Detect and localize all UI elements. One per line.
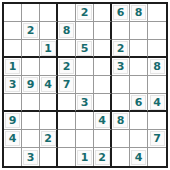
cell-r3c4[interactable] — [58, 40, 76, 58]
given-digit: 8 — [132, 6, 145, 19]
given-digit: 3 — [78, 96, 91, 109]
cell-r7c6: 4 — [94, 112, 112, 130]
cell-r4c6[interactable] — [94, 58, 112, 76]
cell-r8c7[interactable] — [112, 130, 130, 148]
given-digit: 8 — [151, 60, 164, 73]
cell-r5c7[interactable] — [112, 76, 130, 94]
given-digit: 1 — [78, 151, 91, 164]
cell-r8c2[interactable] — [22, 130, 40, 148]
given-digit: 9 — [6, 114, 19, 127]
cell-r4c9: 8 — [148, 58, 166, 76]
cell-r9c3[interactable] — [40, 148, 58, 166]
cell-r4c2[interactable] — [22, 58, 40, 76]
cell-r4c1: 1 — [4, 58, 22, 76]
cell-r7c9[interactable] — [148, 112, 166, 130]
cell-r1c8: 8 — [130, 4, 148, 22]
given-digit: 3 — [6, 78, 19, 91]
cell-r6c7[interactable] — [112, 94, 130, 112]
cell-r3c6[interactable] — [94, 40, 112, 58]
given-digit: 9 — [24, 78, 37, 91]
cell-r2c2: 2 — [22, 22, 40, 40]
cell-r3c9[interactable] — [148, 40, 166, 58]
cell-r8c3: 2 — [40, 130, 58, 148]
cell-r5c5[interactable] — [76, 76, 94, 94]
cell-r6c8: 6 — [130, 94, 148, 112]
given-digit: 4 — [42, 78, 55, 91]
cell-r2c4: 8 — [58, 22, 76, 40]
cell-r8c8[interactable] — [130, 130, 148, 148]
given-digit: 5 — [78, 42, 91, 55]
cell-r3c1[interactable] — [4, 40, 22, 58]
cell-r1c6[interactable] — [94, 4, 112, 22]
given-digit: 4 — [6, 132, 19, 145]
cell-r1c4[interactable] — [58, 4, 76, 22]
cell-r2c7[interactable] — [112, 22, 130, 40]
cell-r5c8[interactable] — [130, 76, 148, 94]
given-digit: 2 — [114, 42, 127, 55]
cell-r1c2[interactable] — [22, 4, 40, 22]
sudoku-board: 26828152123839473649484273124 — [2, 2, 168, 168]
given-digit: 3 — [24, 151, 37, 164]
cell-r2c3[interactable] — [40, 22, 58, 40]
cell-r5c1: 3 — [4, 76, 22, 94]
cell-r6c2[interactable] — [22, 94, 40, 112]
cell-r1c7: 6 — [112, 4, 130, 22]
cell-r2c5[interactable] — [76, 22, 94, 40]
cell-r7c4[interactable] — [58, 112, 76, 130]
cell-r5c6[interactable] — [94, 76, 112, 94]
cell-r5c3: 4 — [40, 76, 58, 94]
cell-r5c9[interactable] — [148, 76, 166, 94]
given-digit: 6 — [114, 6, 127, 19]
cell-r1c9[interactable] — [148, 4, 166, 22]
cell-r3c8[interactable] — [130, 40, 148, 58]
cell-r7c7: 8 — [112, 112, 130, 130]
cell-r7c8[interactable] — [130, 112, 148, 130]
given-digit: 3 — [114, 60, 127, 73]
cell-r3c7: 2 — [112, 40, 130, 58]
cell-r2c6[interactable] — [94, 22, 112, 40]
cell-r8c1: 4 — [4, 130, 22, 148]
cell-r6c1[interactable] — [4, 94, 22, 112]
given-digit: 2 — [24, 24, 37, 37]
given-digit: 2 — [96, 151, 109, 164]
cell-r2c9[interactable] — [148, 22, 166, 40]
given-digit: 8 — [114, 114, 127, 127]
cell-r4c8[interactable] — [130, 58, 148, 76]
cell-r9c5: 1 — [76, 148, 94, 166]
cell-r6c6[interactable] — [94, 94, 112, 112]
given-digit: 4 — [151, 96, 164, 109]
cell-r9c9[interactable] — [148, 148, 166, 166]
given-digit: 1 — [42, 42, 55, 55]
cell-r1c3[interactable] — [40, 4, 58, 22]
cell-r1c5: 2 — [76, 4, 94, 22]
cell-r6c9: 4 — [148, 94, 166, 112]
cell-r3c2[interactable] — [22, 40, 40, 58]
given-digit: 8 — [60, 24, 73, 37]
cell-r9c6: 2 — [94, 148, 112, 166]
cell-r1c1[interactable] — [4, 4, 22, 22]
cell-r4c7: 3 — [112, 58, 130, 76]
given-digit: 2 — [78, 6, 91, 19]
given-digit: 4 — [132, 151, 145, 164]
cell-r4c4: 2 — [58, 58, 76, 76]
cell-r4c3[interactable] — [40, 58, 58, 76]
cell-r3c5: 5 — [76, 40, 94, 58]
cell-r7c1: 9 — [4, 112, 22, 130]
cell-r5c4: 7 — [58, 76, 76, 94]
cell-r7c3[interactable] — [40, 112, 58, 130]
cell-r7c5[interactable] — [76, 112, 94, 130]
cell-r8c5[interactable] — [76, 130, 94, 148]
cell-r2c8[interactable] — [130, 22, 148, 40]
given-digit: 2 — [60, 60, 73, 73]
cell-r6c4[interactable] — [58, 94, 76, 112]
cell-r5c2: 9 — [22, 76, 40, 94]
cell-r9c7[interactable] — [112, 148, 130, 166]
cell-r3c3: 1 — [40, 40, 58, 58]
given-digit: 2 — [42, 132, 55, 145]
cell-r4c5[interactable] — [76, 58, 94, 76]
cell-r7c2[interactable] — [22, 112, 40, 130]
given-digit: 7 — [60, 78, 73, 91]
given-digit: 6 — [132, 96, 145, 109]
cell-r9c4[interactable] — [58, 148, 76, 166]
cell-r6c3[interactable] — [40, 94, 58, 112]
given-digit: 1 — [6, 60, 19, 73]
cell-r9c8: 4 — [130, 148, 148, 166]
cell-r2c1[interactable] — [4, 22, 22, 40]
given-digit: 7 — [151, 132, 164, 145]
cell-r8c9: 7 — [148, 130, 166, 148]
cell-r6c5: 3 — [76, 94, 94, 112]
cell-r8c4[interactable] — [58, 130, 76, 148]
given-digit: 4 — [96, 114, 109, 127]
cell-r9c2: 3 — [22, 148, 40, 166]
cell-r9c1[interactable] — [4, 148, 22, 166]
sudoku-page: 26828152123839473649484273124 — [0, 0, 170, 170]
cell-r8c6[interactable] — [94, 130, 112, 148]
